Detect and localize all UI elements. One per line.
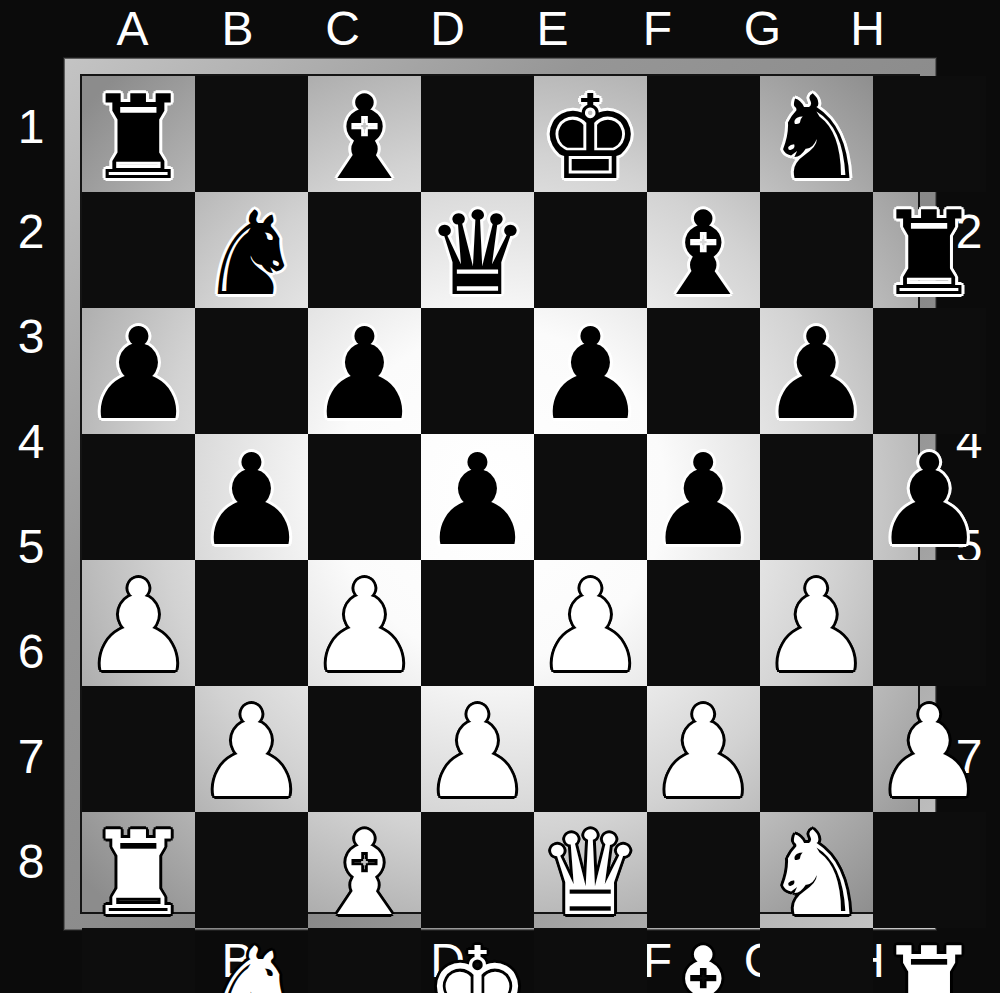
square-d3[interactable]: [421, 308, 534, 434]
square-c1[interactable]: ♝: [308, 76, 421, 192]
chessboard-screenshot: ABCDEFGH ABCDEFGH 12345678 12345678 ♜♝♚♞…: [0, 0, 1000, 993]
piece-white-pawn-e5[interactable]: ♟: [534, 564, 647, 690]
piece-white-pawn-f6[interactable]: ♟: [647, 690, 760, 816]
piece-white-pawn-c5[interactable]: ♟: [308, 564, 421, 690]
square-b5[interactable]: [195, 560, 308, 686]
piece-black-pawn-c3[interactable]: ♟: [308, 312, 421, 438]
square-g6[interactable]: [760, 686, 873, 812]
square-c5[interactable]: ♟: [308, 560, 421, 686]
square-g8[interactable]: [760, 928, 873, 993]
square-f6[interactable]: ♟: [647, 686, 760, 812]
file-label-top-e: E: [500, 0, 605, 57]
piece-black-knight-g1[interactable]: ♞: [764, 80, 868, 196]
square-d6[interactable]: ♟: [421, 686, 534, 812]
piece-black-pawn-d4[interactable]: ♟: [421, 438, 534, 564]
square-b8[interactable]: ♞: [195, 928, 308, 993]
square-b6[interactable]: ♟: [195, 686, 308, 812]
file-label-top-b: B: [185, 0, 290, 57]
square-a7[interactable]: ♜: [82, 812, 195, 928]
piece-black-rook-a1[interactable]: ♜: [86, 80, 190, 196]
square-h2[interactable]: ♜: [873, 192, 986, 308]
square-b1[interactable]: [195, 76, 308, 192]
square-f8[interactable]: ♝: [647, 928, 760, 993]
piece-black-pawn-g3[interactable]: ♟: [760, 312, 873, 438]
rank-labels-left: 12345678: [0, 74, 62, 914]
square-d1[interactable]: [421, 76, 534, 192]
piece-black-pawn-f4[interactable]: ♟: [647, 438, 760, 564]
piece-black-bishop-f2[interactable]: ♝: [651, 196, 755, 312]
piece-white-pawn-a5[interactable]: ♟: [82, 564, 195, 690]
square-e8[interactable]: [534, 928, 647, 993]
square-h8[interactable]: ♜: [873, 928, 986, 993]
piece-white-pawn-b6[interactable]: ♟: [195, 690, 308, 816]
square-h6[interactable]: ♟: [873, 686, 986, 812]
square-f2[interactable]: ♝: [647, 192, 760, 308]
rank-label-left-2: 2: [0, 179, 62, 284]
piece-white-bishop-c7[interactable]: ♝: [312, 816, 416, 932]
piece-black-king-e1[interactable]: ♚: [538, 80, 642, 196]
square-b2[interactable]: ♞: [195, 192, 308, 308]
square-c2[interactable]: [308, 192, 421, 308]
square-a6[interactable]: [82, 686, 195, 812]
square-f4[interactable]: ♟: [647, 434, 760, 560]
square-e5[interactable]: ♟: [534, 560, 647, 686]
piece-white-rook-h8[interactable]: ♜: [877, 932, 981, 993]
file-label-top-c: C: [290, 0, 395, 57]
piece-white-queen-e7[interactable]: ♛: [538, 816, 642, 932]
square-b4[interactable]: ♟: [195, 434, 308, 560]
piece-black-bishop-c1[interactable]: ♝: [312, 80, 416, 196]
square-c6[interactable]: [308, 686, 421, 812]
square-f7[interactable]: [647, 812, 760, 928]
square-d5[interactable]: [421, 560, 534, 686]
file-labels-top: ABCDEFGH: [80, 0, 920, 57]
square-c3[interactable]: ♟: [308, 308, 421, 434]
piece-white-pawn-g5[interactable]: ♟: [760, 564, 873, 690]
piece-white-rook-a7[interactable]: ♜: [86, 816, 190, 932]
square-a8[interactable]: [82, 928, 195, 993]
piece-black-queen-d2[interactable]: ♛: [425, 196, 529, 312]
square-f1[interactable]: [647, 76, 760, 192]
piece-white-king-d8[interactable]: ♚: [425, 932, 529, 993]
square-d8[interactable]: ♚: [421, 928, 534, 993]
square-e1[interactable]: ♚: [534, 76, 647, 192]
square-d7[interactable]: [421, 812, 534, 928]
square-h7[interactable]: [873, 812, 986, 928]
rank-label-left-1: 1: [0, 74, 62, 179]
square-c4[interactable]: [308, 434, 421, 560]
square-h3[interactable]: [873, 308, 986, 434]
square-b7[interactable]: [195, 812, 308, 928]
square-a3[interactable]: ♟: [82, 308, 195, 434]
file-label-top-h: H: [815, 0, 920, 57]
file-label-top-d: D: [395, 0, 500, 57]
square-g2[interactable]: [760, 192, 873, 308]
square-e4[interactable]: [534, 434, 647, 560]
square-a2[interactable]: [82, 192, 195, 308]
square-f5[interactable]: [647, 560, 760, 686]
piece-black-rook-h2[interactable]: ♜: [877, 196, 981, 312]
square-g5[interactable]: ♟: [760, 560, 873, 686]
file-label-top-a: A: [80, 0, 185, 57]
piece-white-bishop-f8[interactable]: ♝: [651, 932, 755, 993]
rank-label-left-3: 3: [0, 284, 62, 389]
piece-black-pawn-b4[interactable]: ♟: [195, 438, 308, 564]
square-a5[interactable]: ♟: [82, 560, 195, 686]
square-g1[interactable]: ♞: [760, 76, 873, 192]
board-frame: ♜♝♚♞♞♛♝♜♟♟♟♟♟♟♟♟♟♟♟♟♟♟♟♟♜♝♛♞♞♚♝♜: [64, 58, 936, 930]
rank-label-left-5: 5: [0, 494, 62, 599]
square-d2[interactable]: ♛: [421, 192, 534, 308]
square-c7[interactable]: ♝: [308, 812, 421, 928]
piece-black-pawn-h4[interactable]: ♟: [873, 438, 986, 564]
square-g7[interactable]: ♞: [760, 812, 873, 928]
square-e3[interactable]: ♟: [534, 308, 647, 434]
square-e7[interactable]: ♛: [534, 812, 647, 928]
square-c8[interactable]: [308, 928, 421, 993]
square-e2[interactable]: [534, 192, 647, 308]
piece-white-knight-b8[interactable]: ♞: [199, 932, 303, 993]
piece-white-pawn-d6[interactable]: ♟: [421, 690, 534, 816]
piece-black-pawn-e3[interactable]: ♟: [534, 312, 647, 438]
square-a1[interactable]: ♜: [82, 76, 195, 192]
rank-label-left-6: 6: [0, 599, 62, 704]
piece-black-pawn-a3[interactable]: ♟: [82, 312, 195, 438]
square-a4[interactable]: [82, 434, 195, 560]
chess-board: ♜♝♚♞♞♛♝♜♟♟♟♟♟♟♟♟♟♟♟♟♟♟♟♟♜♝♛♞♞♚♝♜: [80, 74, 920, 914]
square-g3[interactable]: ♟: [760, 308, 873, 434]
square-h4[interactable]: ♟: [873, 434, 986, 560]
piece-white-pawn-h6[interactable]: ♟: [873, 690, 986, 816]
square-g4[interactable]: [760, 434, 873, 560]
rank-label-left-7: 7: [0, 704, 62, 809]
rank-label-left-4: 4: [0, 389, 62, 494]
square-h5[interactable]: [873, 560, 986, 686]
piece-black-knight-b2[interactable]: ♞: [199, 196, 303, 312]
piece-white-knight-g7[interactable]: ♞: [764, 816, 868, 932]
square-h1[interactable]: [873, 76, 986, 192]
square-e6[interactable]: [534, 686, 647, 812]
rank-label-left-8: 8: [0, 809, 62, 914]
square-b3[interactable]: [195, 308, 308, 434]
square-d4[interactable]: ♟: [421, 434, 534, 560]
file-label-top-f: F: [605, 0, 710, 57]
file-label-top-g: G: [710, 0, 815, 57]
square-f3[interactable]: [647, 308, 760, 434]
